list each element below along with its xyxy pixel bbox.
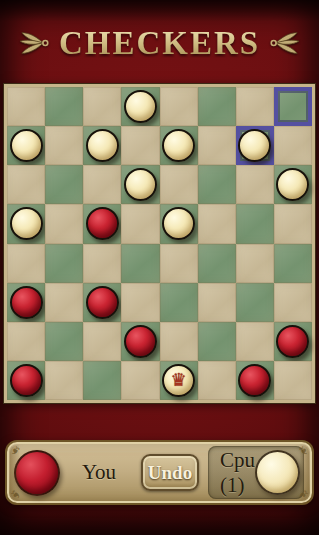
you-label: You [60,460,138,485]
board-cell-f1 [198,361,236,400]
board-cell-b4[interactable] [45,244,83,283]
board-cell-g1[interactable] [236,361,274,400]
board-cell-f6[interactable] [198,165,236,204]
board-cell-a2 [7,322,45,361]
board-cell-h6[interactable] [274,165,312,204]
board-cell-a1[interactable] [7,361,45,400]
red-piece[interactable] [238,364,271,397]
board-cell-h1 [274,361,312,400]
king-crown-icon: ♛ [170,371,186,389]
app-title: CHECKERS [59,27,260,60]
cream-piece[interactable] [124,168,157,201]
board-cell-f5 [198,204,236,243]
board-cell-g4 [236,244,274,283]
board-cell-b2[interactable] [45,322,83,361]
board-cell-d6[interactable] [121,165,159,204]
board-cell-a7[interactable] [7,126,45,165]
board-cell-c7[interactable] [83,126,121,165]
red-piece[interactable] [86,207,119,240]
board-cell-e8 [160,87,198,126]
you-piece-icon [14,450,60,496]
board-cell-c6 [83,165,121,204]
board-cell-a8 [7,87,45,126]
board-cell-c3[interactable] [83,283,121,322]
board-cell-c2 [83,322,121,361]
board-cell-c5[interactable] [83,204,121,243]
title-bar: CHECKERS [0,20,319,66]
board-cell-a4 [7,244,45,283]
cream-piece[interactable] [10,207,43,240]
board-cell-d2[interactable] [121,322,159,361]
board-cell-d1 [121,361,159,400]
board-cell-d8[interactable] [121,87,159,126]
cream-king-piece[interactable]: ♛ [162,364,195,397]
board-cell-e3[interactable] [160,283,198,322]
board-cell-g6 [236,165,274,204]
board-cell-h4[interactable] [274,244,312,283]
board-cell-g5[interactable] [236,204,274,243]
board-cell-h2[interactable] [274,322,312,361]
red-piece[interactable] [10,286,43,319]
board-cell-f3 [198,283,236,322]
board-cell-c4 [83,244,121,283]
board-cell-h5 [274,204,312,243]
board-cell-b1 [45,361,83,400]
board-cell-e5[interactable] [160,204,198,243]
board-cell-g8 [236,87,274,126]
board-cell-a6 [7,165,45,204]
board-cell-g3[interactable] [236,283,274,322]
board-cell-e2 [160,322,198,361]
board-cell-c8 [83,87,121,126]
red-piece[interactable] [10,364,43,397]
board-cell-f8[interactable] [198,87,236,126]
board-cell-d7 [121,126,159,165]
cream-piece[interactable] [86,129,119,162]
cream-piece[interactable] [10,129,43,162]
cream-piece[interactable] [162,129,195,162]
board-cell-g7[interactable] [236,126,274,165]
board-cell-b6[interactable] [45,165,83,204]
board-cell-h3 [274,283,312,322]
cream-piece[interactable] [124,90,157,123]
control-bar: ❧ ❧ ❧ ❧ You Undo Cpu (1) [5,440,314,505]
board-cell-h8[interactable] [274,87,312,126]
title-ornament-left-icon [20,30,50,56]
board-cell-b8[interactable] [45,87,83,126]
board-cell-f4[interactable] [198,244,236,283]
board-cell-b7 [45,126,83,165]
title-ornament-right-icon [269,30,299,56]
cpu-panel: Cpu (1) [208,446,304,499]
board-cell-d5 [121,204,159,243]
cpu-piece-icon [255,450,300,495]
board-cell-d4[interactable] [121,244,159,283]
checkers-app: CHECKERS ♛ ❧ ❧ ❧ ❧ You Undo Cpu (1) [0,0,319,535]
board-cell-e4 [160,244,198,283]
undo-button[interactable]: Undo [141,454,199,491]
red-piece[interactable] [124,325,157,358]
board-cell-e6 [160,165,198,204]
red-piece[interactable] [276,325,309,358]
red-piece[interactable] [86,286,119,319]
board-cell-a3[interactable] [7,283,45,322]
board-cell-a5[interactable] [7,204,45,243]
board-cell-b3 [45,283,83,322]
board-cell-e7[interactable] [160,126,198,165]
board-cell-h7 [274,126,312,165]
board-cell-c1[interactable] [83,361,121,400]
board-cell-b5 [45,204,83,243]
cream-piece[interactable] [162,207,195,240]
board-cell-d3 [121,283,159,322]
cream-piece[interactable] [238,129,271,162]
board-cell-g2 [236,322,274,361]
cream-piece[interactable] [276,168,309,201]
board-cell-f7 [198,126,236,165]
cpu-label: Cpu (1) [220,448,255,498]
board-cell-e1[interactable]: ♛ [160,361,198,400]
board-cell-f2[interactable] [198,322,236,361]
checkers-board: ♛ [4,84,315,403]
